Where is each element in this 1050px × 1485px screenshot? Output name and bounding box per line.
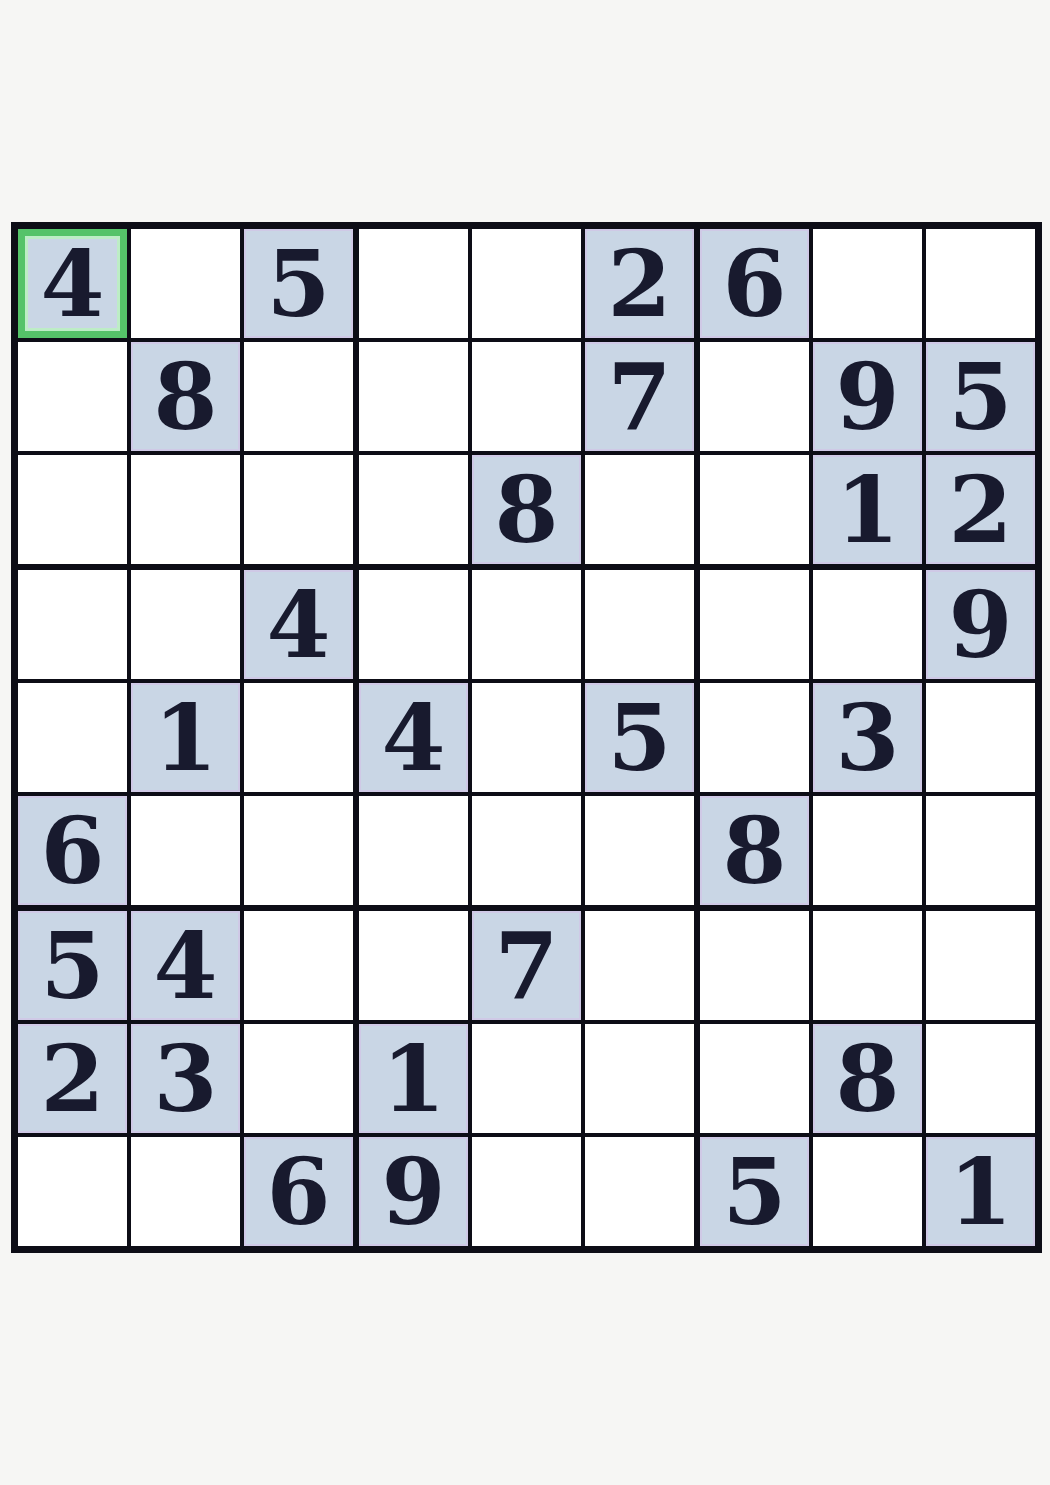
sudoku-cell-r8c2[interactable]: 3 bbox=[131, 1024, 240, 1133]
sudoku-cell-r4c6[interactable] bbox=[585, 570, 694, 679]
sudoku-cell-r9c5[interactable] bbox=[472, 1137, 581, 1246]
sudoku-cell-r6c7[interactable]: 8 bbox=[700, 796, 809, 905]
sudoku-cell-selected-r1c1[interactable]: 4 bbox=[18, 229, 127, 338]
sudoku-cell-r8c7[interactable] bbox=[700, 1024, 809, 1133]
sudoku-cell-r3c8[interactable]: 1 bbox=[813, 455, 922, 564]
sudoku-cell-r4c9[interactable]: 9 bbox=[926, 570, 1035, 679]
sudoku-cell-r7c5[interactable]: 7 bbox=[472, 911, 581, 1020]
sudoku-cell-r9c6[interactable] bbox=[585, 1137, 694, 1246]
sudoku-cell-r3c4[interactable] bbox=[359, 455, 468, 564]
sudoku-cell-r9c1[interactable] bbox=[18, 1137, 127, 1246]
sudoku-cell-r8c9[interactable] bbox=[926, 1024, 1035, 1133]
sudoku-cell-r3c9[interactable]: 2 bbox=[926, 455, 1035, 564]
sudoku-box-9: 851 bbox=[700, 911, 1035, 1246]
sudoku-cell-r4c4[interactable] bbox=[359, 570, 468, 679]
sudoku-cell-r7c1[interactable]: 5 bbox=[18, 911, 127, 1020]
sudoku-cell-r8c3[interactable] bbox=[244, 1024, 353, 1133]
sudoku-cell-r4c2[interactable] bbox=[131, 570, 240, 679]
sudoku-cell-r1c2[interactable] bbox=[131, 229, 240, 338]
sudoku-cell-r9c8[interactable] bbox=[813, 1137, 922, 1246]
sudoku-cell-r9c7[interactable]: 5 bbox=[700, 1137, 809, 1246]
sudoku-cell-r7c3[interactable] bbox=[244, 911, 353, 1020]
sudoku-box-7: 54236 bbox=[18, 911, 353, 1246]
sudoku-box-3: 69512 bbox=[700, 229, 1035, 564]
sudoku-cell-r6c5[interactable] bbox=[472, 796, 581, 905]
sudoku-cell-r9c3[interactable]: 6 bbox=[244, 1137, 353, 1246]
sudoku-cell-r6c9[interactable] bbox=[926, 796, 1035, 905]
sudoku-board-wrapper: 458278695124164593854236719851 bbox=[11, 222, 1042, 1253]
sudoku-cell-r6c4[interactable] bbox=[359, 796, 468, 905]
sudoku-cell-r5c2[interactable]: 1 bbox=[131, 683, 240, 792]
sudoku-cell-r5c7[interactable] bbox=[700, 683, 809, 792]
sudoku-cell-r1c9[interactable] bbox=[926, 229, 1035, 338]
sudoku-cell-r8c5[interactable] bbox=[472, 1024, 581, 1133]
sudoku-cell-r7c6[interactable] bbox=[585, 911, 694, 1020]
sudoku-cell-r2c3[interactable] bbox=[244, 342, 353, 451]
sudoku-box-2: 278 bbox=[359, 229, 694, 564]
sudoku-cell-r2c5[interactable] bbox=[472, 342, 581, 451]
sudoku-cell-r8c8[interactable]: 8 bbox=[813, 1024, 922, 1133]
sudoku-cell-r4c7[interactable] bbox=[700, 570, 809, 679]
sudoku-cell-r3c1[interactable] bbox=[18, 455, 127, 564]
sudoku-cell-r7c7[interactable] bbox=[700, 911, 809, 1020]
sudoku-cell-r3c5[interactable]: 8 bbox=[472, 455, 581, 564]
sudoku-cell-r6c3[interactable] bbox=[244, 796, 353, 905]
sudoku-cell-r6c1[interactable]: 6 bbox=[18, 796, 127, 905]
sudoku-board: 458278695124164593854236719851 bbox=[11, 222, 1042, 1253]
sudoku-cell-r7c4[interactable] bbox=[359, 911, 468, 1020]
sudoku-cell-r3c2[interactable] bbox=[131, 455, 240, 564]
sudoku-cell-r8c1[interactable]: 2 bbox=[18, 1024, 127, 1133]
sudoku-cell-r5c5[interactable] bbox=[472, 683, 581, 792]
sudoku-cell-r8c6[interactable] bbox=[585, 1024, 694, 1133]
sudoku-cell-r6c2[interactable] bbox=[131, 796, 240, 905]
sudoku-cell-r2c9[interactable]: 5 bbox=[926, 342, 1035, 451]
sudoku-cell-r6c6[interactable] bbox=[585, 796, 694, 905]
sudoku-cell-r2c7[interactable] bbox=[700, 342, 809, 451]
sudoku-cell-r1c8[interactable] bbox=[813, 229, 922, 338]
sudoku-cell-r2c6[interactable]: 7 bbox=[585, 342, 694, 451]
sudoku-cell-r2c2[interactable]: 8 bbox=[131, 342, 240, 451]
sudoku-cell-r9c9[interactable]: 1 bbox=[926, 1137, 1035, 1246]
sudoku-cell-r5c4[interactable]: 4 bbox=[359, 683, 468, 792]
sudoku-cell-r5c3[interactable] bbox=[244, 683, 353, 792]
sudoku-cell-r5c9[interactable] bbox=[926, 683, 1035, 792]
sudoku-cell-r8c4[interactable]: 1 bbox=[359, 1024, 468, 1133]
sudoku-cell-r1c5[interactable] bbox=[472, 229, 581, 338]
sudoku-cell-r3c7[interactable] bbox=[700, 455, 809, 564]
sudoku-box-8: 719 bbox=[359, 911, 694, 1246]
sudoku-cell-r1c3[interactable]: 5 bbox=[244, 229, 353, 338]
sudoku-cell-r3c6[interactable] bbox=[585, 455, 694, 564]
sudoku-cell-r4c8[interactable] bbox=[813, 570, 922, 679]
sudoku-cell-r5c6[interactable]: 5 bbox=[585, 683, 694, 792]
sudoku-cell-r4c5[interactable] bbox=[472, 570, 581, 679]
sudoku-cell-r7c9[interactable] bbox=[926, 911, 1035, 1020]
sudoku-box-6: 938 bbox=[700, 570, 1035, 905]
sudoku-cell-r2c4[interactable] bbox=[359, 342, 468, 451]
sudoku-box-4: 416 bbox=[18, 570, 353, 905]
sudoku-cell-r7c2[interactable]: 4 bbox=[131, 911, 240, 1020]
sudoku-cell-r9c4[interactable]: 9 bbox=[359, 1137, 468, 1246]
sudoku-cell-r4c1[interactable] bbox=[18, 570, 127, 679]
sudoku-cell-r1c6[interactable]: 2 bbox=[585, 229, 694, 338]
sudoku-cell-r4c3[interactable]: 4 bbox=[244, 570, 353, 679]
sudoku-cell-r5c8[interactable]: 3 bbox=[813, 683, 922, 792]
sudoku-box-1: 458 bbox=[18, 229, 353, 564]
sudoku-cell-r5c1[interactable] bbox=[18, 683, 127, 792]
sudoku-cell-r2c8[interactable]: 9 bbox=[813, 342, 922, 451]
sudoku-cell-r9c2[interactable] bbox=[131, 1137, 240, 1246]
sudoku-cell-r2c1[interactable] bbox=[18, 342, 127, 451]
sudoku-box-5: 45 bbox=[359, 570, 694, 905]
sudoku-cell-r3c3[interactable] bbox=[244, 455, 353, 564]
sudoku-cell-r7c8[interactable] bbox=[813, 911, 922, 1020]
sudoku-cell-r6c8[interactable] bbox=[813, 796, 922, 905]
sudoku-cell-r1c4[interactable] bbox=[359, 229, 468, 338]
sudoku-cell-r1c7[interactable]: 6 bbox=[700, 229, 809, 338]
